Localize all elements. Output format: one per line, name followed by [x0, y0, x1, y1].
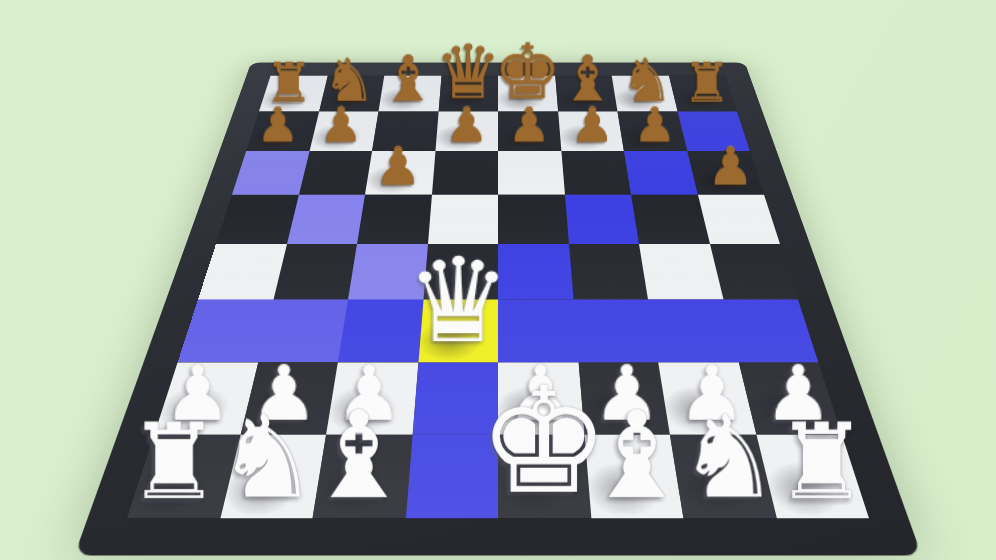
piece-black-bishop-c8[interactable]: ♝ — [380, 47, 436, 110]
square-c6[interactable]: ♟ — [365, 151, 435, 195]
square-f6[interactable] — [561, 151, 631, 195]
square-g6[interactable] — [624, 151, 698, 195]
piece-black-pawn-a7[interactable]: ♟ — [257, 101, 300, 149]
piece-black-pawn-c6[interactable]: ♟ — [375, 141, 422, 193]
square-d6[interactable] — [431, 151, 498, 195]
square-f5[interactable] — [565, 195, 639, 244]
piece-white-knight-b1[interactable]: ♞ — [216, 400, 318, 514]
piece-black-rook-h8[interactable]: ♜ — [682, 56, 731, 110]
square-a4[interactable] — [198, 244, 286, 299]
square-g4[interactable] — [639, 244, 723, 299]
board-grid: ♜♞♝♛♚♝♞♜♟♟♟♟♟♟♟♟♛♟♟♟♟♟♟♟♜♞♝♚♝♞♜ — [127, 76, 869, 518]
square-g1[interactable]: ♞ — [670, 435, 776, 519]
square-b6[interactable] — [298, 151, 372, 195]
piece-black-pawn-b7[interactable]: ♟ — [319, 101, 362, 149]
piece-black-pawn-h6[interactable]: ♟ — [707, 141, 754, 193]
square-a7[interactable]: ♟ — [246, 111, 319, 150]
piece-black-pawn-g7[interactable]: ♟ — [634, 101, 677, 149]
piece-white-rook-a1[interactable]: ♜ — [128, 410, 222, 514]
square-g5[interactable] — [631, 195, 709, 244]
square-g7[interactable]: ♟ — [618, 111, 687, 150]
square-d7[interactable]: ♟ — [435, 111, 498, 150]
square-h5[interactable] — [698, 195, 780, 244]
chess-board: ♜♞♝♛♚♝♞♜♟♟♟♟♟♟♟♟♛♟♟♟♟♟♟♟♜♞♝♚♝♞♜ — [74, 63, 922, 556]
square-c1[interactable]: ♝ — [313, 435, 413, 519]
piece-white-rook-h1[interactable]: ♜ — [775, 410, 869, 514]
piece-black-pawn-e7[interactable]: ♟ — [508, 101, 551, 149]
square-b7[interactable]: ♟ — [309, 111, 378, 150]
piece-white-bishop-f1[interactable]: ♝ — [583, 394, 691, 515]
scene: ♜♞♝♛♚♝♞♜♟♟♟♟♟♟♟♟♛♟♟♟♟♟♟♟♜♞♝♚♝♞♜ — [0, 0, 996, 560]
square-c8[interactable]: ♝ — [378, 76, 441, 112]
square-h8[interactable]: ♜ — [669, 76, 737, 112]
square-b4[interactable] — [273, 244, 357, 299]
piece-black-pawn-f7[interactable]: ♟ — [571, 101, 614, 149]
piece-black-pawn-d7[interactable]: ♟ — [445, 101, 488, 149]
square-a6[interactable] — [232, 151, 309, 195]
square-h4[interactable] — [710, 244, 798, 299]
square-a5[interactable] — [216, 195, 298, 244]
square-b5[interactable] — [287, 195, 365, 244]
square-e7[interactable]: ♟ — [498, 111, 561, 150]
piece-white-queen-d3[interactable]: ♛ — [406, 243, 511, 360]
square-e1[interactable]: ♚ — [498, 435, 591, 519]
piece-white-bishop-c1[interactable]: ♝ — [305, 394, 413, 515]
board-camera: ♜♞♝♛♚♝♞♜♟♟♟♟♟♟♟♟♛♟♟♟♟♟♟♟♜♞♝♚♝♞♜ — [0, 0, 996, 560]
square-d3[interactable]: ♛ — [418, 299, 498, 362]
square-f1[interactable]: ♝ — [584, 435, 684, 519]
square-h6[interactable]: ♟ — [687, 151, 764, 195]
square-f4[interactable] — [569, 244, 648, 299]
square-e6[interactable] — [498, 151, 565, 195]
square-f7[interactable]: ♟ — [558, 111, 624, 150]
piece-white-knight-g1[interactable]: ♞ — [678, 400, 780, 514]
